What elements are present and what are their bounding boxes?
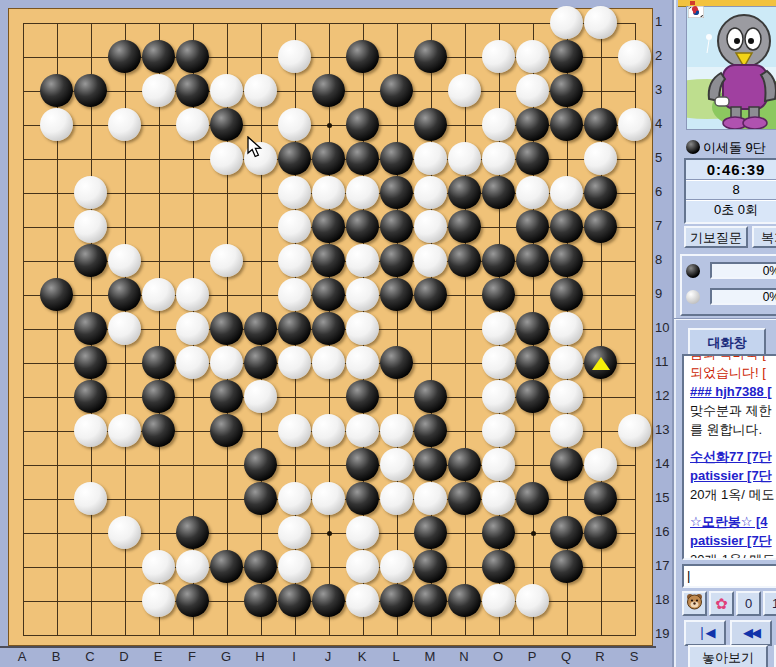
black-stone — [312, 210, 345, 243]
white-stone — [448, 74, 481, 107]
black-stone — [244, 448, 277, 481]
black-stone — [414, 550, 447, 583]
white-stone — [278, 176, 311, 209]
white-stone-icon — [686, 290, 700, 304]
chat-input[interactable]: | — [682, 564, 776, 588]
black-stone — [550, 550, 583, 583]
black-stone — [550, 278, 583, 311]
row-label: 12 — [655, 388, 673, 403]
black-stone — [346, 380, 379, 413]
grid-line — [23, 567, 636, 568]
white-stone — [482, 584, 515, 617]
white-stone — [74, 414, 107, 447]
row-label: 2 — [655, 48, 673, 63]
black-stone — [210, 380, 243, 413]
black-stone — [550, 74, 583, 107]
black-stone — [74, 244, 107, 277]
black-stone-icon — [686, 264, 700, 278]
black-stone — [244, 584, 277, 617]
black-stone — [516, 108, 549, 141]
black-stone — [278, 142, 311, 175]
black-stone — [584, 482, 617, 515]
avatar — [686, 6, 776, 130]
white-stone — [516, 74, 549, 107]
column-label: A — [11, 649, 33, 664]
column-label: R — [589, 649, 611, 664]
white-stone — [176, 312, 209, 345]
white-stone — [516, 176, 549, 209]
chat-user-link[interactable]: ☆모란봉☆ [4 — [690, 512, 776, 531]
column-label: N — [453, 649, 475, 664]
chat-user-link[interactable]: patissier [7단 — [690, 466, 776, 485]
chat-line: 맞수분과 제한 — [690, 401, 776, 420]
white-stone — [108, 244, 141, 277]
black-stone — [482, 176, 515, 209]
white-stone — [346, 584, 379, 617]
column-label: B — [45, 649, 67, 664]
black-stone — [142, 346, 175, 379]
row-label: 13 — [655, 422, 673, 437]
column-label: O — [487, 649, 509, 664]
white-stone — [448, 142, 481, 175]
black-stone — [176, 516, 209, 549]
black-stone — [380, 584, 413, 617]
black-stone — [584, 176, 617, 209]
white-stone — [346, 550, 379, 583]
black-stone — [516, 142, 549, 175]
black-stone — [414, 40, 447, 73]
black-stone — [448, 244, 481, 277]
black-stone — [142, 380, 175, 413]
clock-panel: 0:46:39 8 0초 0회 — [684, 158, 776, 224]
black-stone — [550, 40, 583, 73]
app-window: ABCDEFGHIJKLMNOPQRS 12345678910111213141… — [0, 0, 776, 667]
review-button[interactable]: 복기 — [752, 226, 776, 248]
column-label: H — [249, 649, 271, 664]
white-stone — [278, 108, 311, 141]
section-divider — [674, 318, 776, 320]
white-stone — [108, 312, 141, 345]
player-info: 이세돌 9단 — [686, 139, 776, 155]
white-stone — [550, 380, 583, 413]
black-stone — [244, 482, 277, 515]
white-stone — [550, 414, 583, 447]
black-stone — [550, 244, 583, 277]
black-stone — [448, 584, 481, 617]
black-stone — [516, 380, 549, 413]
white-stone — [550, 6, 583, 39]
black-stone — [312, 244, 345, 277]
black-stone — [74, 346, 107, 379]
black-stone — [516, 312, 549, 345]
white-stone — [108, 108, 141, 141]
black-stone — [380, 346, 413, 379]
chat-line: 20개-1옥/ 메도 — [690, 550, 776, 560]
black-stone — [244, 550, 277, 583]
white-stone — [346, 312, 379, 345]
chat-line: 20개 1옥/ 메도 — [690, 485, 776, 504]
white-stone — [142, 584, 175, 617]
row-label: 15 — [655, 490, 673, 505]
chat-user-link[interactable]: patissier [7단 — [690, 531, 776, 550]
column-label: Q — [555, 649, 577, 664]
flower-emoticon-button[interactable]: ✿ — [709, 591, 734, 616]
black-stone — [550, 516, 583, 549]
chat-window[interactable]: 금회 속바둑 [되었습니다! [### hjh7388 [맞수분과 제한를 원합… — [682, 354, 776, 560]
white-stone — [108, 516, 141, 549]
column-label: P — [521, 649, 543, 664]
black-stone — [516, 210, 549, 243]
black-stone — [142, 40, 175, 73]
black-stone — [380, 74, 413, 107]
chat-line — [690, 439, 776, 447]
white-stone — [584, 448, 617, 481]
black-stone — [346, 448, 379, 481]
column-label: L — [385, 649, 407, 664]
goban-area: ABCDEFGHIJKLMNOPQRS 12345678910111213141… — [0, 0, 672, 667]
white-stone — [142, 74, 175, 107]
black-stone — [74, 74, 107, 107]
black-stone — [210, 108, 243, 141]
white-stone — [346, 414, 379, 447]
black-stone — [312, 278, 345, 311]
white-stone — [244, 74, 277, 107]
grid-line — [23, 465, 636, 466]
black-winrate-row: 0% — [686, 262, 776, 280]
white-stone — [278, 550, 311, 583]
white-stone — [278, 414, 311, 447]
white-stone — [482, 40, 515, 73]
black-stone — [142, 414, 175, 447]
row-label: 17 — [655, 558, 673, 573]
black-stone — [448, 482, 481, 515]
last-move-marker — [592, 357, 610, 370]
white-stone — [278, 40, 311, 73]
white-stone — [550, 312, 583, 345]
black-stone — [74, 312, 107, 345]
black-stone — [108, 278, 141, 311]
white-stone — [414, 176, 447, 209]
row-label: 11 — [655, 354, 673, 369]
white-stone — [346, 176, 379, 209]
move-count: 8 — [686, 180, 776, 200]
byoyomi-info: 0초 0회 — [686, 200, 776, 219]
white-stone — [346, 244, 379, 277]
player-name: 이세돌 9단 — [703, 140, 766, 155]
black-stone — [380, 244, 413, 277]
black-stone — [380, 142, 413, 175]
titlebar-icon — [690, 1, 695, 5]
white-stone — [618, 414, 651, 447]
black-stone — [176, 74, 209, 107]
row-label: 10 — [655, 320, 673, 335]
row-label: 4 — [655, 116, 673, 131]
black-stone — [244, 312, 277, 345]
black-stone — [516, 346, 549, 379]
flower-icon: ✿ — [715, 595, 728, 612]
kifu-question-button[interactable]: 기보질문 — [684, 226, 748, 248]
fast-back-button[interactable]: ◀◀ — [730, 620, 772, 646]
black-stone — [40, 74, 73, 107]
black-stone — [312, 312, 345, 345]
white-stone — [482, 346, 515, 379]
black-stone — [74, 380, 107, 413]
grid-line — [397, 23, 398, 636]
white-stone — [278, 516, 311, 549]
row-label: 1 — [655, 14, 673, 29]
black-stone — [346, 482, 379, 515]
black-stone — [584, 516, 617, 549]
white-stone — [176, 108, 209, 141]
white-stone — [414, 244, 447, 277]
white-stone — [414, 210, 447, 243]
column-label: D — [113, 649, 135, 664]
try-moves-button[interactable]: 놓아보기 — [688, 645, 768, 667]
white-stone — [312, 482, 345, 515]
korea-flag-icon — [688, 6, 704, 18]
black-stone — [414, 584, 447, 617]
black-stone — [448, 176, 481, 209]
black-stone — [210, 550, 243, 583]
winrate-panel: 0% 0% — [680, 254, 776, 316]
white-stone — [482, 142, 515, 175]
black-stone — [482, 244, 515, 277]
white-stone — [278, 346, 311, 379]
white-stone — [550, 346, 583, 379]
black-stone — [414, 108, 447, 141]
black-stone — [414, 516, 447, 549]
column-label: C — [79, 649, 101, 664]
black-stone — [414, 414, 447, 447]
white-stone — [482, 482, 515, 515]
row-label: 19 — [655, 626, 673, 641]
black-stone — [108, 40, 141, 73]
mouse-cursor-icon — [247, 136, 264, 159]
black-winrate-bar: 0% — [710, 262, 776, 279]
column-label: M — [419, 649, 441, 664]
white-stone — [482, 108, 515, 141]
white-stone — [346, 516, 379, 549]
row-label: 8 — [655, 252, 673, 267]
star-point — [531, 531, 536, 536]
black-stone — [380, 210, 413, 243]
column-label: E — [147, 649, 169, 664]
row-label: 14 — [655, 456, 673, 471]
column-label: K — [351, 649, 373, 664]
animal-face-emoticon-button[interactable] — [682, 591, 707, 616]
star-point — [327, 123, 332, 128]
black-stone — [278, 584, 311, 617]
black-stone — [550, 210, 583, 243]
board-edge-shadow — [0, 646, 656, 648]
animal-face-icon — [686, 593, 703, 610]
row-label: 6 — [655, 184, 673, 199]
white-stone — [380, 550, 413, 583]
black-stone — [380, 278, 413, 311]
column-label: J — [317, 649, 339, 664]
sidebar: 이세돌 9단 0:46:39 8 0초 0회 기보질문 복기 0% 0% 대화창… — [672, 0, 776, 667]
black-stone — [516, 244, 549, 277]
white-stone — [142, 550, 175, 583]
white-stone — [346, 346, 379, 379]
white-stone — [516, 584, 549, 617]
emoticon-1-button[interactable]: 1 — [763, 591, 776, 616]
main-timer: 0:46:39 — [686, 160, 776, 180]
black-stone — [176, 40, 209, 73]
black-stone — [516, 482, 549, 515]
black-stone — [482, 278, 515, 311]
black-stone — [550, 108, 583, 141]
white-stone — [482, 312, 515, 345]
chat-line: 를 원합니다. — [690, 420, 776, 439]
grid-line — [23, 635, 636, 636]
emoticon-0-button[interactable]: 0 — [736, 591, 761, 616]
black-stone — [312, 584, 345, 617]
black-stone-icon — [686, 140, 700, 154]
black-stone — [346, 40, 379, 73]
star-point — [327, 531, 332, 536]
white-stone — [550, 176, 583, 209]
black-stone — [312, 142, 345, 175]
row-label: 3 — [655, 82, 673, 97]
black-stone — [584, 108, 617, 141]
chat-user-link[interactable]: 수선화77 [7단 — [690, 447, 776, 466]
white-stone — [346, 278, 379, 311]
white-stone — [584, 6, 617, 39]
row-label: 18 — [655, 592, 673, 607]
black-stone — [414, 380, 447, 413]
black-stone — [414, 278, 447, 311]
first-move-button[interactable]: ❘◀ — [684, 620, 726, 646]
white-stone — [74, 482, 107, 515]
row-label: 7 — [655, 218, 673, 233]
white-stone — [618, 108, 651, 141]
column-label: S — [623, 649, 645, 664]
black-stone — [278, 312, 311, 345]
white-stone — [516, 40, 549, 73]
black-stone — [482, 516, 515, 549]
white-stone — [210, 346, 243, 379]
white-stone — [380, 482, 413, 515]
white-stone — [244, 380, 277, 413]
column-label: I — [283, 649, 305, 664]
white-stone — [380, 448, 413, 481]
black-stone — [346, 210, 379, 243]
black-stone — [346, 142, 379, 175]
white-stone — [482, 448, 515, 481]
white-stone — [414, 142, 447, 175]
white-stone — [584, 142, 617, 175]
black-stone — [448, 210, 481, 243]
black-stone — [210, 312, 243, 345]
white-stone — [74, 176, 107, 209]
black-stone — [414, 448, 447, 481]
black-stone — [550, 448, 583, 481]
black-stone — [380, 176, 413, 209]
white-stone — [482, 380, 515, 413]
row-label: 9 — [655, 286, 673, 301]
white-stone — [74, 210, 107, 243]
black-stone — [584, 210, 617, 243]
black-stone — [312, 74, 345, 107]
row-label: 16 — [655, 524, 673, 539]
white-winrate-bar: 0% — [710, 288, 776, 305]
white-stone — [176, 550, 209, 583]
column-label: G — [215, 649, 237, 664]
grid-line — [465, 23, 466, 636]
white-stone — [176, 278, 209, 311]
white-stone — [278, 278, 311, 311]
white-stone — [278, 244, 311, 277]
white-stone — [618, 40, 651, 73]
black-stone — [346, 108, 379, 141]
gray-bird-avatar — [687, 7, 776, 129]
chat-tab[interactable]: 대화창 — [688, 328, 766, 357]
white-stone — [142, 278, 175, 311]
black-stone — [176, 584, 209, 617]
white-stone — [176, 346, 209, 379]
column-label: F — [181, 649, 203, 664]
white-stone — [108, 414, 141, 447]
white-stone — [414, 482, 447, 515]
chat-line — [690, 504, 776, 512]
chat-user-link[interactable]: ### hjh7388 [ — [690, 382, 776, 401]
chat-line: 되었습니다! [ — [690, 363, 776, 382]
black-stone — [210, 414, 243, 447]
white-stone — [312, 346, 345, 379]
white-stone — [210, 244, 243, 277]
white-stone — [210, 74, 243, 107]
chat-line: 금회 속바둑 [ — [690, 354, 776, 363]
white-stone — [482, 414, 515, 447]
row-label: 5 — [655, 150, 673, 165]
white-stone — [312, 176, 345, 209]
white-stone — [40, 108, 73, 141]
white-winrate-row: 0% — [686, 288, 776, 306]
white-stone — [312, 414, 345, 447]
white-stone — [380, 414, 413, 447]
black-stone — [244, 346, 277, 379]
black-stone — [584, 346, 617, 379]
black-stone — [482, 550, 515, 583]
black-stone — [40, 278, 73, 311]
white-stone — [210, 142, 243, 175]
white-stone — [278, 210, 311, 243]
white-stone — [278, 482, 311, 515]
black-stone — [448, 448, 481, 481]
